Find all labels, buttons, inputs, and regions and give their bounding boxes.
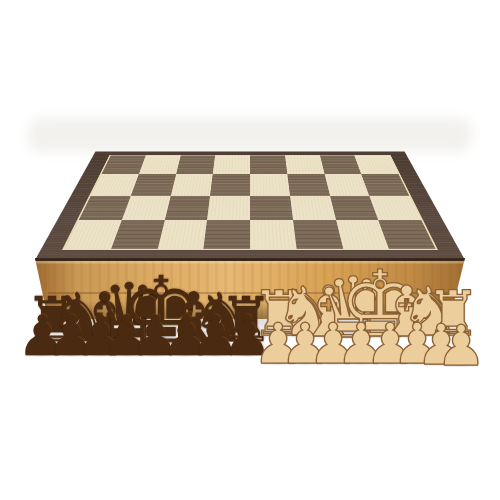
board-square xyxy=(290,195,336,220)
board-square xyxy=(210,174,250,195)
backdrop-shadow-band xyxy=(28,118,472,152)
light-pawn-piece: ♟ xyxy=(436,318,486,374)
board-square xyxy=(369,195,421,220)
board-square xyxy=(207,195,250,220)
chess-set-product-photo: ♜♞♝♛♚♝♞♜♜♞♝♛♚♝♞♜♟♟♟♟♟♟♟♟♟♟♟♟♟♟♟♟ xyxy=(0,0,500,500)
board-square xyxy=(213,155,250,174)
board-squares xyxy=(62,155,438,250)
board-square xyxy=(285,155,324,174)
chess-board-top xyxy=(35,151,465,260)
board-square xyxy=(131,174,176,195)
pawn-glyph: ♟ xyxy=(436,318,486,374)
board-square xyxy=(250,195,293,220)
board-square xyxy=(157,220,207,249)
board-square xyxy=(361,174,409,195)
board-square xyxy=(250,155,287,174)
board-square xyxy=(287,174,329,195)
board-square xyxy=(204,220,250,249)
board-square xyxy=(250,220,296,249)
board-square xyxy=(111,220,164,249)
board-square xyxy=(378,220,435,249)
board-square xyxy=(164,195,210,220)
board-square xyxy=(250,174,290,195)
board-square xyxy=(122,195,171,220)
board-square xyxy=(139,155,181,174)
board-square xyxy=(354,155,398,174)
board-square xyxy=(293,220,343,249)
board-square xyxy=(170,174,212,195)
board-square xyxy=(176,155,215,174)
